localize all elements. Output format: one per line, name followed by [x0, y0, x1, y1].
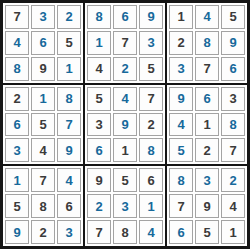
sudoku-cell[interactable]: 7: [31, 168, 55, 192]
sudoku-cell[interactable]: 1: [31, 87, 55, 111]
sudoku-cell[interactable]: 6: [113, 5, 137, 29]
sudoku-cell[interactable]: 2: [113, 57, 137, 81]
sudoku-cell[interactable]: 3: [5, 138, 29, 162]
sudoku-cell[interactable]: 4: [5, 31, 29, 55]
sudoku-cell[interactable]: 7: [113, 31, 137, 55]
sudoku-cell[interactable]: 4: [169, 113, 193, 137]
sudoku-cell[interactable]: 5: [221, 5, 245, 29]
sudoku-cell[interactable]: 8: [5, 57, 29, 81]
sudoku-cell[interactable]: 5: [31, 113, 55, 137]
sudoku-cell[interactable]: 9: [195, 194, 219, 218]
sudoku-cell[interactable]: 4: [87, 57, 111, 81]
sudoku-cell[interactable]: 8: [113, 220, 137, 244]
sudoku-cell[interactable]: 3: [113, 194, 137, 218]
sudoku-cell[interactable]: 1: [5, 168, 29, 192]
sudoku-cell[interactable]: 1: [169, 5, 193, 29]
sudoku-cell[interactable]: 7: [195, 57, 219, 81]
sudoku-cell[interactable]: 7: [87, 220, 111, 244]
sudoku-cell[interactable]: 8: [195, 31, 219, 55]
sudoku-cell[interactable]: 4: [113, 87, 137, 111]
sudoku-cell[interactable]: 3: [169, 57, 193, 81]
sudoku-cell[interactable]: 9: [139, 5, 163, 29]
sudoku-cell[interactable]: 7: [221, 138, 245, 162]
sudoku-cell[interactable]: 9: [5, 220, 29, 244]
sudoku-cell[interactable]: 4: [57, 168, 81, 192]
sudoku-cell[interactable]: 1: [139, 194, 163, 218]
sudoku-cell[interactable]: 4: [31, 138, 55, 162]
sudoku-cell[interactable]: 4: [139, 220, 163, 244]
sudoku-cell[interactable]: 9: [113, 113, 137, 137]
sudoku-cell[interactable]: 4: [221, 194, 245, 218]
sudoku-cell[interactable]: 3: [87, 113, 111, 137]
sudoku-cell[interactable]: 2: [195, 138, 219, 162]
sudoku-cell[interactable]: 7: [57, 113, 81, 137]
sudoku-cell[interactable]: 1: [57, 57, 81, 81]
sudoku-cell[interactable]: 3: [57, 220, 81, 244]
sudoku-cell[interactable]: 9: [31, 57, 55, 81]
sudoku-cell[interactable]: 5: [139, 57, 163, 81]
sudoku-cell[interactable]: 6: [139, 168, 163, 192]
sudoku-cell[interactable]: 2: [5, 87, 29, 111]
sudoku-cell[interactable]: 1: [113, 138, 137, 162]
sudoku-box: 869173425: [84, 2, 166, 84]
sudoku-cell[interactable]: 3: [195, 168, 219, 192]
sudoku-cell[interactable]: 6: [31, 31, 55, 55]
sudoku-cell[interactable]: 2: [87, 194, 111, 218]
sudoku-cell[interactable]: 8: [87, 5, 111, 29]
sudoku-cell[interactable]: 8: [139, 138, 163, 162]
sudoku-cell[interactable]: 2: [31, 220, 55, 244]
sudoku-cell[interactable]: 6: [57, 194, 81, 218]
sudoku-cell[interactable]: 5: [5, 194, 29, 218]
sudoku-cell[interactable]: 9: [169, 87, 193, 111]
sudoku-box: 956231784: [84, 165, 166, 247]
sudoku-box: 963418527: [166, 84, 248, 166]
sudoku-cell[interactable]: 3: [139, 31, 163, 55]
sudoku-cell[interactable]: 6: [87, 138, 111, 162]
sudoku-board: 7324658918691734251452893762186573495473…: [0, 0, 250, 249]
sudoku-cell[interactable]: 1: [195, 113, 219, 137]
sudoku-cell[interactable]: 6: [169, 220, 193, 244]
sudoku-cell[interactable]: 8: [31, 194, 55, 218]
sudoku-cell[interactable]: 5: [57, 31, 81, 55]
sudoku-cell[interactable]: 8: [57, 87, 81, 111]
sudoku-box: 732465891: [2, 2, 84, 84]
sudoku-box: 174586923: [2, 165, 84, 247]
sudoku-cell[interactable]: 1: [221, 220, 245, 244]
sudoku-cell[interactable]: 1: [87, 31, 111, 55]
sudoku-cell[interactable]: 3: [221, 87, 245, 111]
sudoku-cell[interactable]: 9: [57, 138, 81, 162]
sudoku-cell[interactable]: 7: [139, 87, 163, 111]
sudoku-cell[interactable]: 7: [5, 5, 29, 29]
sudoku-box: 218657349: [2, 84, 84, 166]
sudoku-box: 547392618: [84, 84, 166, 166]
sudoku-box: 832794651: [166, 165, 248, 247]
sudoku-cell[interactable]: 2: [57, 5, 81, 29]
sudoku-cell[interactable]: 7: [169, 194, 193, 218]
sudoku-cell[interactable]: 2: [169, 31, 193, 55]
sudoku-cell[interactable]: 9: [87, 168, 111, 192]
sudoku-cell[interactable]: 5: [195, 220, 219, 244]
sudoku-cell[interactable]: 4: [195, 5, 219, 29]
sudoku-cell[interactable]: 5: [113, 168, 137, 192]
sudoku-cell[interactable]: 6: [221, 57, 245, 81]
sudoku-cell[interactable]: 8: [221, 113, 245, 137]
sudoku-cell[interactable]: 3: [31, 5, 55, 29]
sudoku-cell[interactable]: 8: [169, 168, 193, 192]
sudoku-cell[interactable]: 5: [87, 87, 111, 111]
sudoku-cell[interactable]: 6: [195, 87, 219, 111]
sudoku-box: 145289376: [166, 2, 248, 84]
sudoku-cell[interactable]: 9: [221, 31, 245, 55]
sudoku-cell[interactable]: 2: [221, 168, 245, 192]
sudoku-cell[interactable]: 6: [5, 113, 29, 137]
sudoku-cell[interactable]: 5: [169, 138, 193, 162]
sudoku-cell[interactable]: 2: [139, 113, 163, 137]
